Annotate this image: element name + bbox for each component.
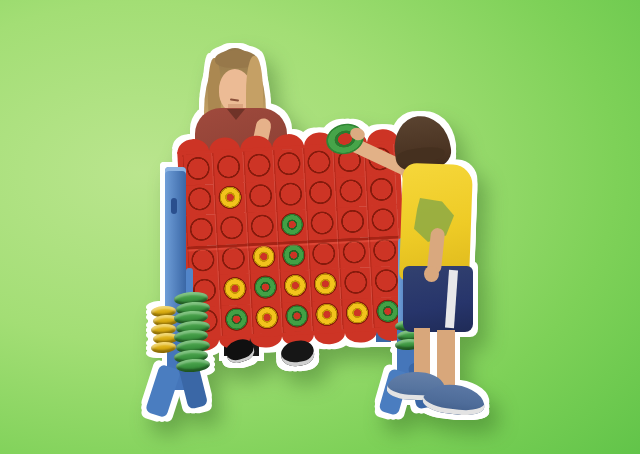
board-cell-r4c7 [369,235,401,267]
board-cell-r2c5 [305,177,337,209]
board-cell-r5c2 [219,273,251,305]
board-cell-r2c6 [335,176,367,208]
board-cell-r4c2 [217,243,249,275]
board-cell-r6c2 [221,304,253,336]
board-cell-r2c4 [275,179,307,211]
board-cell-r3c5 [307,208,339,240]
boy-hand [424,266,439,282]
board-cell-r6c3 [251,302,283,334]
board-cell-r5c6 [340,267,372,299]
board-cell-r1c5 [303,147,335,179]
board-cell-r2c3 [244,180,276,212]
product-photo-stage [0,0,640,454]
board-cell-r1c1 [182,153,214,185]
board-cell-r1c3 [243,150,275,182]
scallop [314,332,346,345]
scallop [345,331,377,344]
left-leg-slot [171,198,177,214]
board-cell-r3c4 [276,209,308,241]
board-cell-r6c5 [311,299,343,331]
board-cell-r2c2 [214,182,246,214]
scallop [250,336,282,349]
sticker-cutout-scene [0,0,640,454]
board-cell-r5c3 [249,272,281,304]
board-cell-r3c7 [367,204,399,236]
board-cell-r6c4 [281,301,313,333]
board-cell-r1c4 [273,148,305,180]
left-leg-front-foot [145,364,181,418]
board-cell-r6c6 [342,297,374,329]
board-cell-r4c4 [278,240,310,272]
board-cell-r5c5 [310,269,342,301]
board-cell-r1c2 [213,152,245,184]
board-cell-r3c3 [246,211,278,243]
board-cell-r4c5 [308,238,340,270]
board-cell-r4c3 [248,241,280,273]
board-cell-r4c6 [338,237,370,269]
board-cell-r5c4 [280,270,312,302]
board-cell-r3c1 [186,214,218,246]
board-cell-r3c2 [216,212,248,244]
board-cell-r2c1 [184,184,216,216]
board-grid [177,140,409,341]
board-cell-r2c7 [366,174,398,206]
board-cell-r3c6 [337,206,369,238]
